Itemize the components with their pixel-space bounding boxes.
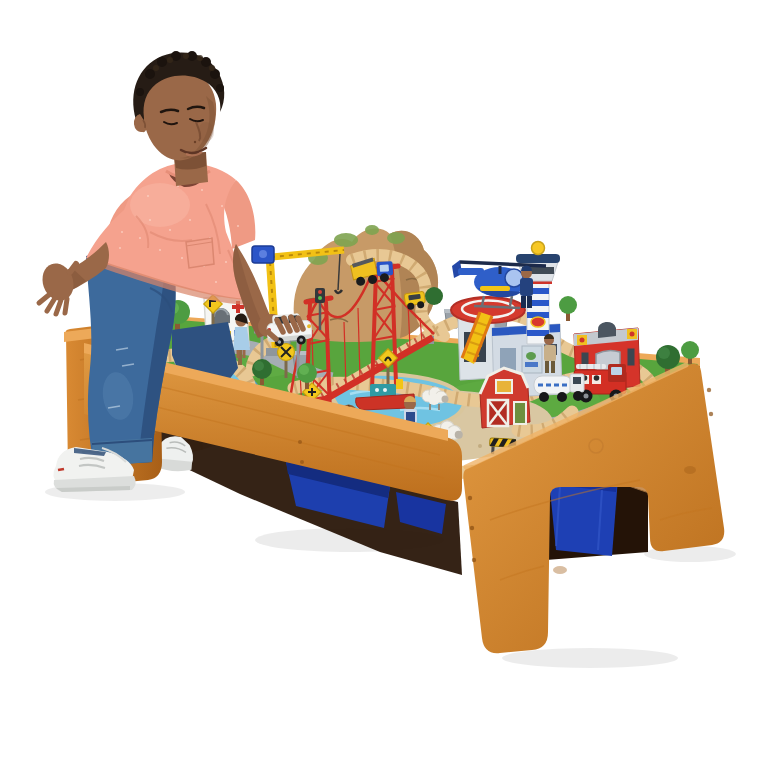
barn — [480, 368, 530, 428]
product-photo-canvas — [0, 0, 767, 767]
tanker-truck — [534, 374, 584, 402]
train-table-photo — [0, 0, 767, 767]
boy-head — [133, 51, 224, 186]
